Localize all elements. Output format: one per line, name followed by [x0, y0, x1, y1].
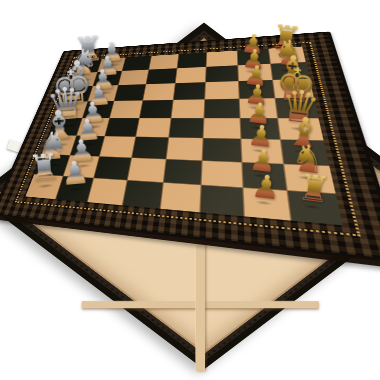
square-e5[interactable]	[171, 100, 204, 118]
white-rook-a1[interactable]: ♜	[26, 149, 61, 188]
square-b5[interactable]	[163, 159, 201, 184]
square-a3[interactable]	[88, 179, 127, 206]
square-f4[interactable]	[143, 84, 174, 101]
white-pawn-a2[interactable]: ♟	[59, 156, 90, 190]
square-d4[interactable]	[136, 118, 170, 137]
square-a4[interactable]	[123, 181, 162, 209]
square-d5[interactable]	[169, 118, 204, 138]
box-compartment-divider	[196, 238, 205, 371]
square-e4[interactable]	[140, 100, 173, 117]
square-a6[interactable]	[201, 186, 244, 217]
chess-set-photo: ♜♟♟♜♞♟♟♞♝♟♟♝♚♟♟♚♛♟♟♛♝♟♟♝♞♟♟♞♜♟♟♜	[0, 0, 380, 380]
rook-glyph: ♜	[296, 169, 332, 209]
square-c4[interactable]	[132, 137, 168, 159]
square-c3[interactable]	[100, 136, 135, 157]
square-c6[interactable]	[203, 138, 241, 161]
square-b3[interactable]	[94, 157, 131, 180]
square-g4[interactable]	[146, 68, 176, 84]
rook-glyph: ♜	[26, 149, 61, 188]
square-h6[interactable]	[207, 51, 237, 67]
square-b6[interactable]	[202, 161, 242, 188]
square-g6[interactable]	[206, 65, 238, 82]
pawn-glyph: ♟	[250, 169, 282, 204]
square-h3[interactable]	[123, 56, 151, 71]
square-a5[interactable]	[160, 183, 200, 212]
square-d6[interactable]	[204, 118, 240, 138]
square-g3[interactable]	[119, 70, 148, 85]
square-f5[interactable]	[173, 83, 205, 100]
black-pawn-a7[interactable]: ♟	[250, 169, 282, 204]
square-h5[interactable]	[177, 52, 206, 67]
square-b4[interactable]	[128, 158, 165, 182]
square-f6[interactable]	[205, 81, 238, 99]
square-d3[interactable]	[105, 118, 138, 136]
square-e3[interactable]	[110, 101, 142, 118]
black-rook-a8[interactable]: ♜	[296, 169, 332, 209]
square-g5[interactable]	[175, 67, 206, 83]
square-h4[interactable]	[149, 54, 178, 69]
square-f3[interactable]	[115, 85, 146, 101]
pawn-glyph: ♟	[59, 156, 90, 190]
square-e6[interactable]	[205, 99, 240, 118]
square-c5[interactable]	[166, 138, 202, 160]
